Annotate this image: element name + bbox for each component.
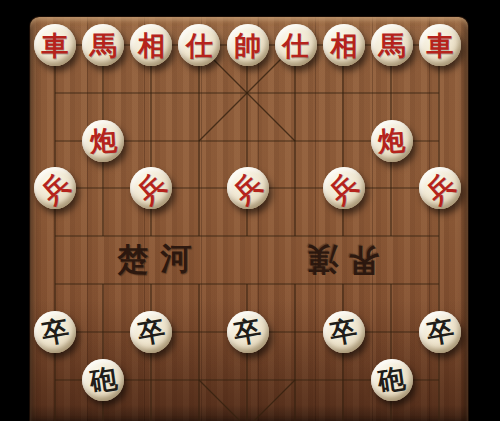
piece-glyph: 砲 [377,364,407,394]
piece-glyph: 兵 [421,169,459,207]
piece-red-cannon-right[interactable]: 炮 [371,120,413,162]
river-text-he: 河 [161,238,192,280]
piece-black-cannon-right[interactable]: 砲 [371,359,413,401]
piece-glyph: 炮 [378,126,406,154]
piece-glyph: 車 [42,32,69,59]
piece-red-soldier-4[interactable]: 兵 [323,167,365,209]
piece-black-cannon-left[interactable]: 砲 [82,359,124,401]
piece-glyph: 兵 [228,169,266,207]
piece-red-horse-right[interactable]: 馬 [371,24,413,66]
piece-red-general[interactable]: 帥 [227,24,269,66]
piece-glyph: 仕 [282,32,309,59]
piece-glyph: 帥 [234,32,261,59]
piece-glyph: 馬 [378,32,405,59]
piece-black-soldier-3[interactable]: 卒 [227,311,269,353]
piece-red-elephant-left[interactable]: 相 [130,24,172,66]
piece-glyph: 馬 [90,32,117,59]
piece-glyph: 卒 [136,316,167,347]
piece-black-soldier-1[interactable]: 卒 [34,311,76,353]
piece-glyph: 兵 [325,169,363,207]
river-text-chu: 楚 [118,239,149,281]
piece-red-advisor-right[interactable]: 仕 [275,24,317,66]
piece-glyph: 卒 [232,316,263,347]
piece-red-chariot-left[interactable]: 車 [34,24,76,66]
piece-glyph: 卒 [39,316,70,347]
river-text-han-flipped: 漢 [308,238,339,280]
piece-black-soldier-5[interactable]: 卒 [419,311,461,353]
xiangqi-board[interactable]: 楚 河 漢 界 車馬相仕帥仕相馬車炮炮兵兵兵兵兵卒卒卒卒卒砲砲 [30,17,468,421]
piece-glyph: 仕 [186,32,213,59]
piece-glyph: 卒 [424,316,455,347]
piece-glyph: 炮 [89,126,117,154]
piece-glyph: 車 [427,32,454,59]
piece-glyph: 砲 [88,364,118,394]
piece-glyph: 相 [330,32,357,59]
piece-black-soldier-2[interactable]: 卒 [130,311,172,353]
screenshot-stage: 楚 河 漢 界 車馬相仕帥仕相馬車炮炮兵兵兵兵兵卒卒卒卒卒砲砲 [0,0,500,421]
piece-glyph: 兵 [132,169,170,207]
piece-red-soldier-3[interactable]: 兵 [227,167,269,209]
piece-red-horse-left[interactable]: 馬 [82,24,124,66]
piece-glyph: 兵 [36,169,74,207]
piece-red-elephant-right[interactable]: 相 [323,24,365,66]
piece-glyph: 卒 [328,316,359,347]
piece-red-cannon-left[interactable]: 炮 [82,120,124,162]
piece-glyph: 相 [138,32,165,59]
river-text-jie-flipped: 界 [349,239,380,281]
piece-red-chariot-right[interactable]: 車 [419,24,461,66]
piece-black-soldier-4[interactable]: 卒 [323,311,365,353]
